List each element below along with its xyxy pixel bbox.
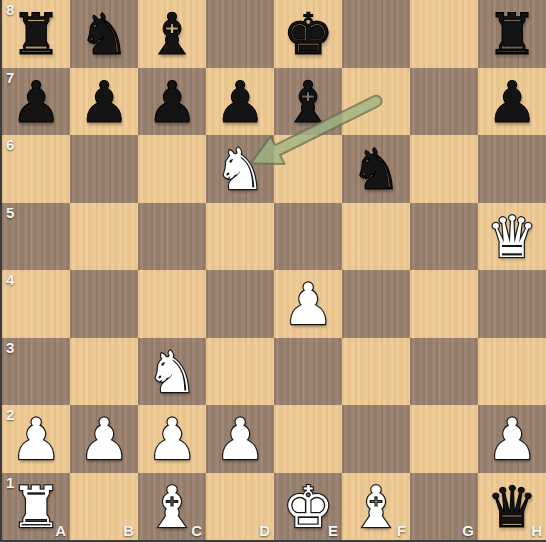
square-h6[interactable] (478, 135, 546, 203)
piece-black-pawn[interactable]: ♟ (486, 74, 537, 131)
square-f5[interactable] (342, 203, 410, 271)
piece-black-queen[interactable]: ♛ (486, 479, 537, 536)
square-g8[interactable] (410, 0, 478, 68)
piece-black-knight[interactable]: ♞ (350, 141, 401, 198)
square-h1[interactable]: H♛ (478, 473, 546, 541)
piece-white-king[interactable]: ♚ (282, 479, 333, 536)
square-h5[interactable]: ♛ (478, 203, 546, 271)
chess-board: 8♜♞♝♚♜7♟♟♟♟♝♟6♞♞5♛4♟3♞2♟♟♟♟♟1A♜BC♝DE♚F♝G… (2, 0, 546, 540)
piece-white-rook[interactable]: ♜ (10, 479, 61, 536)
square-c1[interactable]: C♝ (138, 473, 206, 541)
piece-white-pawn[interactable]: ♟ (146, 411, 197, 468)
square-c2[interactable]: ♟ (138, 405, 206, 473)
piece-black-rook[interactable]: ♜ (10, 6, 61, 63)
square-e6[interactable] (274, 135, 342, 203)
square-g5[interactable] (410, 203, 478, 271)
piece-white-pawn[interactable]: ♟ (486, 411, 537, 468)
square-d2[interactable]: ♟ (206, 405, 274, 473)
piece-white-knight[interactable]: ♞ (214, 141, 265, 198)
rank-label-6: 6 (6, 137, 14, 152)
square-f6[interactable]: ♞ (342, 135, 410, 203)
square-d5[interactable] (206, 203, 274, 271)
square-f4[interactable] (342, 270, 410, 338)
piece-black-bishop[interactable]: ♝ (146, 6, 197, 63)
piece-black-bishop[interactable]: ♝ (282, 74, 333, 131)
piece-white-pawn[interactable]: ♟ (282, 276, 333, 333)
square-a6[interactable]: 6 (2, 135, 70, 203)
square-b4[interactable] (70, 270, 138, 338)
piece-white-knight[interactable]: ♞ (146, 344, 197, 401)
square-d4[interactable] (206, 270, 274, 338)
square-h2[interactable]: ♟ (478, 405, 546, 473)
piece-black-knight[interactable]: ♞ (78, 6, 129, 63)
square-e2[interactable] (274, 405, 342, 473)
square-c3[interactable]: ♞ (138, 338, 206, 406)
square-e1[interactable]: E♚ (274, 473, 342, 541)
rank-label-5: 5 (6, 205, 14, 220)
square-e5[interactable] (274, 203, 342, 271)
square-b7[interactable]: ♟ (70, 68, 138, 136)
square-b1[interactable]: B (70, 473, 138, 541)
file-label-d: D (259, 523, 270, 538)
piece-white-pawn[interactable]: ♟ (78, 411, 129, 468)
square-h7[interactable]: ♟ (478, 68, 546, 136)
square-g3[interactable] (410, 338, 478, 406)
square-h8[interactable]: ♜ (478, 0, 546, 68)
piece-black-pawn[interactable]: ♟ (10, 74, 61, 131)
square-c7[interactable]: ♟ (138, 68, 206, 136)
square-f3[interactable] (342, 338, 410, 406)
square-a3[interactable]: 3 (2, 338, 70, 406)
square-e8[interactable]: ♚ (274, 0, 342, 68)
square-h3[interactable] (478, 338, 546, 406)
piece-white-queen[interactable]: ♛ (486, 209, 537, 266)
piece-black-pawn[interactable]: ♟ (146, 74, 197, 131)
piece-white-pawn[interactable]: ♟ (10, 411, 61, 468)
piece-black-king[interactable]: ♚ (282, 6, 333, 63)
piece-white-bishop[interactable]: ♝ (350, 479, 401, 536)
square-f8[interactable] (342, 0, 410, 68)
square-b8[interactable]: ♞ (70, 0, 138, 68)
square-c4[interactable] (138, 270, 206, 338)
chess-board-frame: 8♜♞♝♚♜7♟♟♟♟♝♟6♞♞5♛4♟3♞2♟♟♟♟♟1A♜BC♝DE♚F♝G… (0, 0, 546, 542)
piece-black-pawn[interactable]: ♟ (214, 74, 265, 131)
square-d8[interactable] (206, 0, 274, 68)
piece-black-pawn[interactable]: ♟ (78, 74, 129, 131)
square-h4[interactable] (478, 270, 546, 338)
piece-black-rook[interactable]: ♜ (486, 6, 537, 63)
square-g7[interactable] (410, 68, 478, 136)
square-g6[interactable] (410, 135, 478, 203)
square-b3[interactable] (70, 338, 138, 406)
square-d3[interactable] (206, 338, 274, 406)
square-d6[interactable]: ♞ (206, 135, 274, 203)
square-g4[interactable] (410, 270, 478, 338)
file-label-g: G (462, 523, 474, 538)
square-a4[interactable]: 4 (2, 270, 70, 338)
square-a2[interactable]: 2♟ (2, 405, 70, 473)
rank-label-3: 3 (6, 340, 14, 355)
piece-white-pawn[interactable]: ♟ (214, 411, 265, 468)
square-b2[interactable]: ♟ (70, 405, 138, 473)
square-e3[interactable] (274, 338, 342, 406)
square-c5[interactable] (138, 203, 206, 271)
square-f2[interactable] (342, 405, 410, 473)
square-b6[interactable] (70, 135, 138, 203)
square-e4[interactable]: ♟ (274, 270, 342, 338)
square-a7[interactable]: 7♟ (2, 68, 70, 136)
square-f1[interactable]: F♝ (342, 473, 410, 541)
square-c8[interactable]: ♝ (138, 0, 206, 68)
square-d7[interactable]: ♟ (206, 68, 274, 136)
square-a8[interactable]: 8♜ (2, 0, 70, 68)
square-e7[interactable]: ♝ (274, 68, 342, 136)
rank-label-4: 4 (6, 272, 14, 287)
square-f7[interactable] (342, 68, 410, 136)
square-d1[interactable]: D (206, 473, 274, 541)
square-g1[interactable]: G (410, 473, 478, 541)
square-b5[interactable] (70, 203, 138, 271)
file-label-b: B (123, 523, 134, 538)
piece-white-bishop[interactable]: ♝ (146, 479, 197, 536)
square-g2[interactable] (410, 405, 478, 473)
square-c6[interactable] (138, 135, 206, 203)
square-a1[interactable]: 1A♜ (2, 473, 70, 541)
square-a5[interactable]: 5 (2, 203, 70, 271)
